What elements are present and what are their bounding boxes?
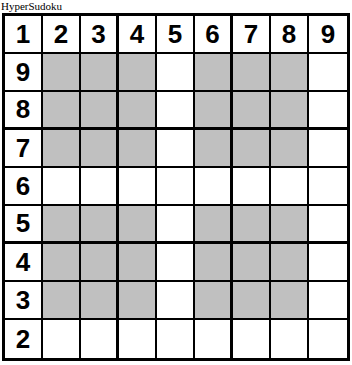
cell-r6c9[interactable] [309,206,347,244]
cell-r7c6[interactable] [195,244,233,282]
given-cell-r9c1: 2 [5,320,43,358]
sudoku-board: 12345678998765432 [2,13,350,361]
cell-r4c7[interactable] [233,130,271,168]
cell-r9c9[interactable] [309,320,347,358]
cell-r8c8[interactable] [271,282,309,320]
given-cell-r1c7: 7 [233,16,271,54]
cell-r5c3[interactable] [81,168,119,206]
cell-r9c2[interactable] [43,320,81,358]
given-cell-r1c4: 4 [119,16,157,54]
cell-r2c6[interactable] [195,54,233,92]
cell-r8c6[interactable] [195,282,233,320]
cell-r7c7[interactable] [233,244,271,282]
cell-r5c9[interactable] [309,168,347,206]
given-cell-r2c1: 9 [5,54,43,92]
cell-r2c5[interactable] [157,54,195,92]
cell-r8c9[interactable] [309,282,347,320]
cell-r5c4[interactable] [119,168,157,206]
cell-r3c2[interactable] [43,92,81,130]
cell-r9c3[interactable] [81,320,119,358]
cell-r3c5[interactable] [157,92,195,130]
cell-r5c6[interactable] [195,168,233,206]
cell-r4c4[interactable] [119,130,157,168]
cell-r8c2[interactable] [43,282,81,320]
cell-r7c3[interactable] [81,244,119,282]
cell-r9c7[interactable] [233,320,271,358]
cell-r2c8[interactable] [271,54,309,92]
cell-r2c7[interactable] [233,54,271,92]
given-cell-r1c1: 1 [5,16,43,54]
cell-r7c2[interactable] [43,244,81,282]
cell-r3c8[interactable] [271,92,309,130]
cell-r8c3[interactable] [81,282,119,320]
given-cell-r1c8: 8 [271,16,309,54]
cell-r3c4[interactable] [119,92,157,130]
cell-r5c5[interactable] [157,168,195,206]
cell-r8c4[interactable] [119,282,157,320]
cell-r4c5[interactable] [157,130,195,168]
cell-r3c6[interactable] [195,92,233,130]
cell-r6c3[interactable] [81,206,119,244]
given-cell-r5c1: 6 [5,168,43,206]
cell-r7c9[interactable] [309,244,347,282]
cell-r4c8[interactable] [271,130,309,168]
given-cell-r8c1: 3 [5,282,43,320]
cell-r9c8[interactable] [271,320,309,358]
cell-r4c3[interactable] [81,130,119,168]
cell-r8c5[interactable] [157,282,195,320]
cell-r6c7[interactable] [233,206,271,244]
cell-r4c6[interactable] [195,130,233,168]
cell-r6c2[interactable] [43,206,81,244]
given-cell-r1c2: 2 [43,16,81,54]
cell-r9c4[interactable] [119,320,157,358]
cell-r6c4[interactable] [119,206,157,244]
cell-r6c8[interactable] [271,206,309,244]
given-cell-r1c6: 6 [195,16,233,54]
cell-r9c6[interactable] [195,320,233,358]
cell-r7c4[interactable] [119,244,157,282]
given-cell-r1c5: 5 [157,16,195,54]
cell-r3c7[interactable] [233,92,271,130]
given-cell-r4c1: 7 [5,130,43,168]
given-cell-r7c1: 4 [5,244,43,282]
cell-r9c5[interactable] [157,320,195,358]
cell-r3c9[interactable] [309,92,347,130]
given-cell-r6c1: 5 [5,206,43,244]
cell-r8c7[interactable] [233,282,271,320]
cell-r2c9[interactable] [309,54,347,92]
cell-r3c3[interactable] [81,92,119,130]
cell-r6c5[interactable] [157,206,195,244]
cell-r4c2[interactable] [43,130,81,168]
puzzle-title: HyperSudoku [0,0,352,13]
given-cell-r1c9: 9 [309,16,347,54]
cell-r5c2[interactable] [43,168,81,206]
cell-r5c8[interactable] [271,168,309,206]
cell-r4c9[interactable] [309,130,347,168]
cell-r2c3[interactable] [81,54,119,92]
cell-r2c4[interactable] [119,54,157,92]
cell-r5c7[interactable] [233,168,271,206]
cell-r7c8[interactable] [271,244,309,282]
cell-r2c2[interactable] [43,54,81,92]
given-cell-r3c1: 8 [5,92,43,130]
cell-r6c6[interactable] [195,206,233,244]
cell-r7c5[interactable] [157,244,195,282]
given-cell-r1c3: 3 [81,16,119,54]
